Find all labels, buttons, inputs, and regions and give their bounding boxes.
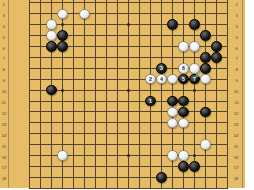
grid-line-horizontal	[29, 144, 228, 145]
row-label-right-6: 6	[230, 43, 244, 51]
move-number: 2	[149, 76, 152, 82]
go-stone-white[interactable]: 2	[145, 74, 156, 85]
go-stone-white[interactable]	[200, 74, 211, 85]
row-label-right-13: 13	[230, 119, 244, 127]
row-label-right-10: 10	[230, 86, 244, 94]
row-label-left-8: 8	[0, 64, 11, 72]
go-stone-white[interactable]	[200, 139, 211, 150]
go-stone-white[interactable]	[167, 74, 178, 85]
star-point	[127, 23, 130, 26]
goban[interactable]: 2233445566778899101011111212131314141515…	[0, 0, 245, 188]
row-label-left-16: 16	[0, 152, 11, 160]
go-stone-white[interactable]	[46, 19, 57, 30]
grid-line-horizontal	[29, 101, 228, 102]
grid-line-vertical	[73, 0, 74, 188]
row-label-left-12: 12	[0, 108, 11, 116]
grid-line-horizontal	[29, 188, 228, 189]
go-stone-white[interactable]	[178, 41, 189, 52]
row-label-left-5: 5	[0, 32, 11, 40]
go-stone-white[interactable]	[189, 41, 200, 52]
row-label-right-8: 8	[230, 64, 244, 72]
go-stone-black[interactable]	[57, 30, 68, 41]
go-diagram: 2233445566778899101011111212131314141515…	[0, 0, 254, 190]
go-stone-white[interactable]	[46, 30, 57, 41]
move-number: 3	[160, 65, 163, 71]
go-stone-white[interactable]	[167, 118, 178, 129]
row-label-right-7: 7	[230, 53, 244, 61]
move-number: 4	[160, 76, 163, 82]
go-stone-black[interactable]	[46, 41, 57, 52]
go-stone-black[interactable]: 1	[145, 96, 156, 107]
grid-line-horizontal	[29, 57, 228, 58]
go-stone-black[interactable]	[200, 30, 211, 41]
go-stone-white[interactable]: 4	[156, 74, 167, 85]
move-number: 7	[193, 76, 196, 82]
grid-line-vertical	[95, 0, 96, 188]
grid-line-vertical	[216, 0, 217, 188]
go-stone-black[interactable]	[211, 41, 222, 52]
go-stone-white[interactable]	[178, 150, 189, 161]
go-stone-black[interactable]	[200, 107, 211, 118]
row-label-right-16: 16	[230, 152, 244, 160]
row-label-right-5: 5	[230, 32, 244, 40]
go-stone-white[interactable]: 6	[178, 63, 189, 74]
row-label-right-17: 17	[230, 162, 244, 170]
go-stone-white[interactable]	[57, 9, 68, 20]
go-stone-black[interactable]	[189, 19, 200, 30]
go-stone-white[interactable]	[57, 150, 68, 161]
star-point	[193, 154, 196, 157]
go-stone-black[interactable]	[57, 41, 68, 52]
go-stone-black[interactable]: 5	[178, 74, 189, 85]
row-label-right-15: 15	[230, 141, 244, 149]
star-point	[127, 154, 130, 157]
star-point	[61, 89, 64, 92]
grid-line-vertical	[227, 0, 228, 188]
go-stone-black[interactable]	[200, 52, 211, 63]
go-stone-black[interactable]	[167, 19, 178, 30]
move-number: 1	[149, 98, 152, 104]
grid-line-vertical	[117, 0, 118, 188]
row-label-right-11: 11	[230, 97, 244, 105]
grid-line-vertical	[29, 0, 30, 188]
row-label-left-10: 10	[0, 86, 11, 94]
row-label-left-15: 15	[0, 141, 11, 149]
row-label-right-3: 3	[230, 10, 244, 18]
row-label-right-4: 4	[230, 21, 244, 29]
row-label-left-17: 17	[0, 162, 11, 170]
row-label-left-7: 7	[0, 53, 11, 61]
move-number: 5	[182, 76, 185, 82]
go-stone-white[interactable]	[167, 150, 178, 161]
grid-line-horizontal	[29, 2, 228, 3]
row-label-left-6: 6	[0, 43, 11, 51]
go-stone-black[interactable]	[189, 161, 200, 172]
star-point	[193, 89, 196, 92]
go-stone-white[interactable]	[167, 107, 178, 118]
row-label-left-14: 14	[0, 130, 11, 138]
go-stone-white[interactable]	[79, 9, 90, 20]
row-label-left-3: 3	[0, 10, 11, 18]
go-stone-black[interactable]	[178, 161, 189, 172]
grid-line-vertical	[106, 0, 107, 188]
go-stone-white[interactable]	[178, 118, 189, 129]
grid-line-vertical	[139, 0, 140, 188]
row-label-left-18: 18	[0, 173, 11, 181]
row-label-left-4: 4	[0, 21, 11, 29]
row-label-right-14: 14	[230, 130, 244, 138]
go-stone-black[interactable]	[167, 96, 178, 107]
move-number: 6	[182, 65, 185, 71]
triangle-marker-icon	[195, 73, 199, 77]
go-stone-black[interactable]: 3	[156, 63, 167, 74]
go-stone-black[interactable]	[178, 107, 189, 118]
star-point	[127, 89, 130, 92]
grid-line-vertical	[40, 0, 41, 188]
row-label-right-2: 2	[230, 0, 244, 7]
grid-line-vertical	[128, 0, 129, 188]
grid-line-horizontal	[29, 111, 228, 112]
go-stone-black[interactable]	[178, 96, 189, 107]
star-point	[61, 23, 64, 26]
row-label-left-13: 13	[0, 119, 11, 127]
go-stone-black[interactable]	[200, 63, 211, 74]
grid-line-horizontal	[29, 133, 228, 134]
grid-line-horizontal	[29, 122, 228, 123]
grid-line-vertical	[205, 0, 206, 188]
go-stone-black[interactable]	[156, 172, 167, 183]
row-label-right-12: 12	[230, 108, 244, 116]
go-stone-black[interactable]	[211, 52, 222, 63]
grid-line-horizontal	[29, 177, 228, 178]
row-label-left-9: 9	[0, 75, 11, 83]
go-stone-black[interactable]	[46, 85, 57, 96]
row-label-left-2: 2	[0, 0, 11, 7]
row-label-right-9: 9	[230, 75, 244, 83]
grid-line-vertical	[161, 0, 162, 188]
grid-line-vertical	[84, 0, 85, 188]
row-label-left-11: 11	[0, 97, 11, 105]
row-label-right-18: 18	[230, 173, 244, 181]
grid-line-vertical	[150, 0, 151, 188]
